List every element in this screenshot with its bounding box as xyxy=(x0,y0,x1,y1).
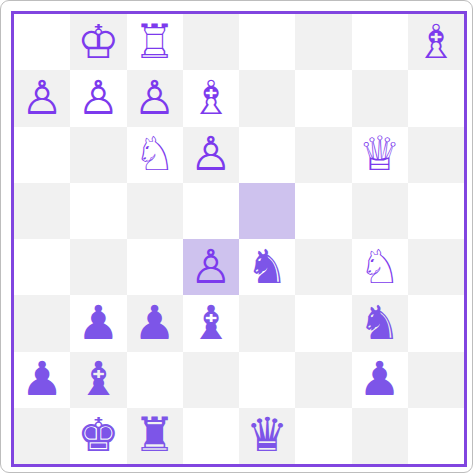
square-b7[interactable]: ♟ xyxy=(352,352,408,408)
square-c7[interactable] xyxy=(295,352,351,408)
white-bishop[interactable]: ♗ xyxy=(190,74,232,121)
square-e1[interactable] xyxy=(183,14,239,70)
square-e5[interactable]: ♙ xyxy=(183,239,239,295)
white-king[interactable]: ♔ xyxy=(77,18,119,65)
white-knight[interactable]: ♘ xyxy=(134,130,176,177)
square-g2[interactable]: ♙ xyxy=(70,70,126,126)
square-f5[interactable] xyxy=(127,239,183,295)
square-c6[interactable] xyxy=(295,295,351,351)
board-card: ♔♖♗♙♙♙♗♘♙♕♙♞♘♟♟♝♞♟♝♟♚♜♛ xyxy=(0,0,473,473)
white-queen[interactable]: ♕ xyxy=(359,130,401,177)
square-b4[interactable] xyxy=(352,183,408,239)
square-g7[interactable]: ♝ xyxy=(70,352,126,408)
white-pawn[interactable]: ♙ xyxy=(190,243,232,290)
square-h6[interactable] xyxy=(14,295,70,351)
square-h8[interactable] xyxy=(14,408,70,464)
black-knight[interactable]: ♞ xyxy=(359,299,401,346)
black-queen[interactable]: ♛ xyxy=(246,411,288,458)
square-d2[interactable] xyxy=(239,70,295,126)
square-f6[interactable]: ♟ xyxy=(127,295,183,351)
square-e6[interactable]: ♝ xyxy=(183,295,239,351)
white-pawn[interactable]: ♙ xyxy=(190,130,232,177)
white-pawn[interactable]: ♙ xyxy=(134,74,176,121)
black-rook[interactable]: ♜ xyxy=(134,411,176,458)
square-b1[interactable] xyxy=(352,14,408,70)
white-knight[interactable]: ♘ xyxy=(359,243,401,290)
square-g8[interactable]: ♚ xyxy=(70,408,126,464)
square-h5[interactable] xyxy=(14,239,70,295)
square-a3[interactable] xyxy=(408,127,464,183)
square-h2[interactable]: ♙ xyxy=(14,70,70,126)
square-f7[interactable] xyxy=(127,352,183,408)
black-pawn[interactable]: ♟ xyxy=(359,355,401,402)
square-a4[interactable] xyxy=(408,183,464,239)
black-pawn[interactable]: ♟ xyxy=(134,299,176,346)
square-e8[interactable] xyxy=(183,408,239,464)
square-b6[interactable]: ♞ xyxy=(352,295,408,351)
square-c8[interactable] xyxy=(295,408,351,464)
square-g6[interactable]: ♟ xyxy=(70,295,126,351)
square-h4[interactable] xyxy=(14,183,70,239)
square-g1[interactable]: ♔ xyxy=(70,14,126,70)
chess-board: ♔♖♗♙♙♙♗♘♙♕♙♞♘♟♟♝♞♟♝♟♚♜♛ xyxy=(11,11,467,467)
black-king[interactable]: ♚ xyxy=(77,411,119,458)
square-e2[interactable]: ♗ xyxy=(183,70,239,126)
square-e3[interactable]: ♙ xyxy=(183,127,239,183)
square-e7[interactable] xyxy=(183,352,239,408)
square-a7[interactable] xyxy=(408,352,464,408)
black-knight[interactable]: ♞ xyxy=(246,243,288,290)
square-d5[interactable]: ♞ xyxy=(239,239,295,295)
square-f1[interactable]: ♖ xyxy=(127,14,183,70)
black-pawn[interactable]: ♟ xyxy=(21,355,63,402)
square-g4[interactable] xyxy=(70,183,126,239)
square-b8[interactable] xyxy=(352,408,408,464)
square-c3[interactable] xyxy=(295,127,351,183)
square-c5[interactable] xyxy=(295,239,351,295)
square-d6[interactable] xyxy=(239,295,295,351)
black-bishop[interactable]: ♝ xyxy=(190,299,232,346)
square-d8[interactable]: ♛ xyxy=(239,408,295,464)
white-pawn[interactable]: ♙ xyxy=(21,74,63,121)
square-f2[interactable]: ♙ xyxy=(127,70,183,126)
square-a6[interactable] xyxy=(408,295,464,351)
square-e4[interactable] xyxy=(183,183,239,239)
square-c1[interactable] xyxy=(295,14,351,70)
square-f8[interactable]: ♜ xyxy=(127,408,183,464)
square-a2[interactable] xyxy=(408,70,464,126)
white-pawn[interactable]: ♙ xyxy=(77,74,119,121)
white-rook[interactable]: ♖ xyxy=(134,18,176,65)
square-h3[interactable] xyxy=(14,127,70,183)
square-a1[interactable]: ♗ xyxy=(408,14,464,70)
square-h7[interactable]: ♟ xyxy=(14,352,70,408)
square-b2[interactable] xyxy=(352,70,408,126)
square-h1[interactable] xyxy=(14,14,70,70)
square-f4[interactable] xyxy=(127,183,183,239)
black-bishop[interactable]: ♝ xyxy=(77,355,119,402)
square-a5[interactable] xyxy=(408,239,464,295)
square-d7[interactable] xyxy=(239,352,295,408)
black-pawn[interactable]: ♟ xyxy=(77,299,119,346)
square-f3[interactable]: ♘ xyxy=(127,127,183,183)
square-b3[interactable]: ♕ xyxy=(352,127,408,183)
square-g5[interactable] xyxy=(70,239,126,295)
white-bishop[interactable]: ♗ xyxy=(415,18,457,65)
square-c4[interactable] xyxy=(295,183,351,239)
square-a8[interactable] xyxy=(408,408,464,464)
square-d1[interactable] xyxy=(239,14,295,70)
square-d4[interactable] xyxy=(239,183,295,239)
square-g3[interactable] xyxy=(70,127,126,183)
square-d3[interactable] xyxy=(239,127,295,183)
square-c2[interactable] xyxy=(295,70,351,126)
square-b5[interactable]: ♘ xyxy=(352,239,408,295)
